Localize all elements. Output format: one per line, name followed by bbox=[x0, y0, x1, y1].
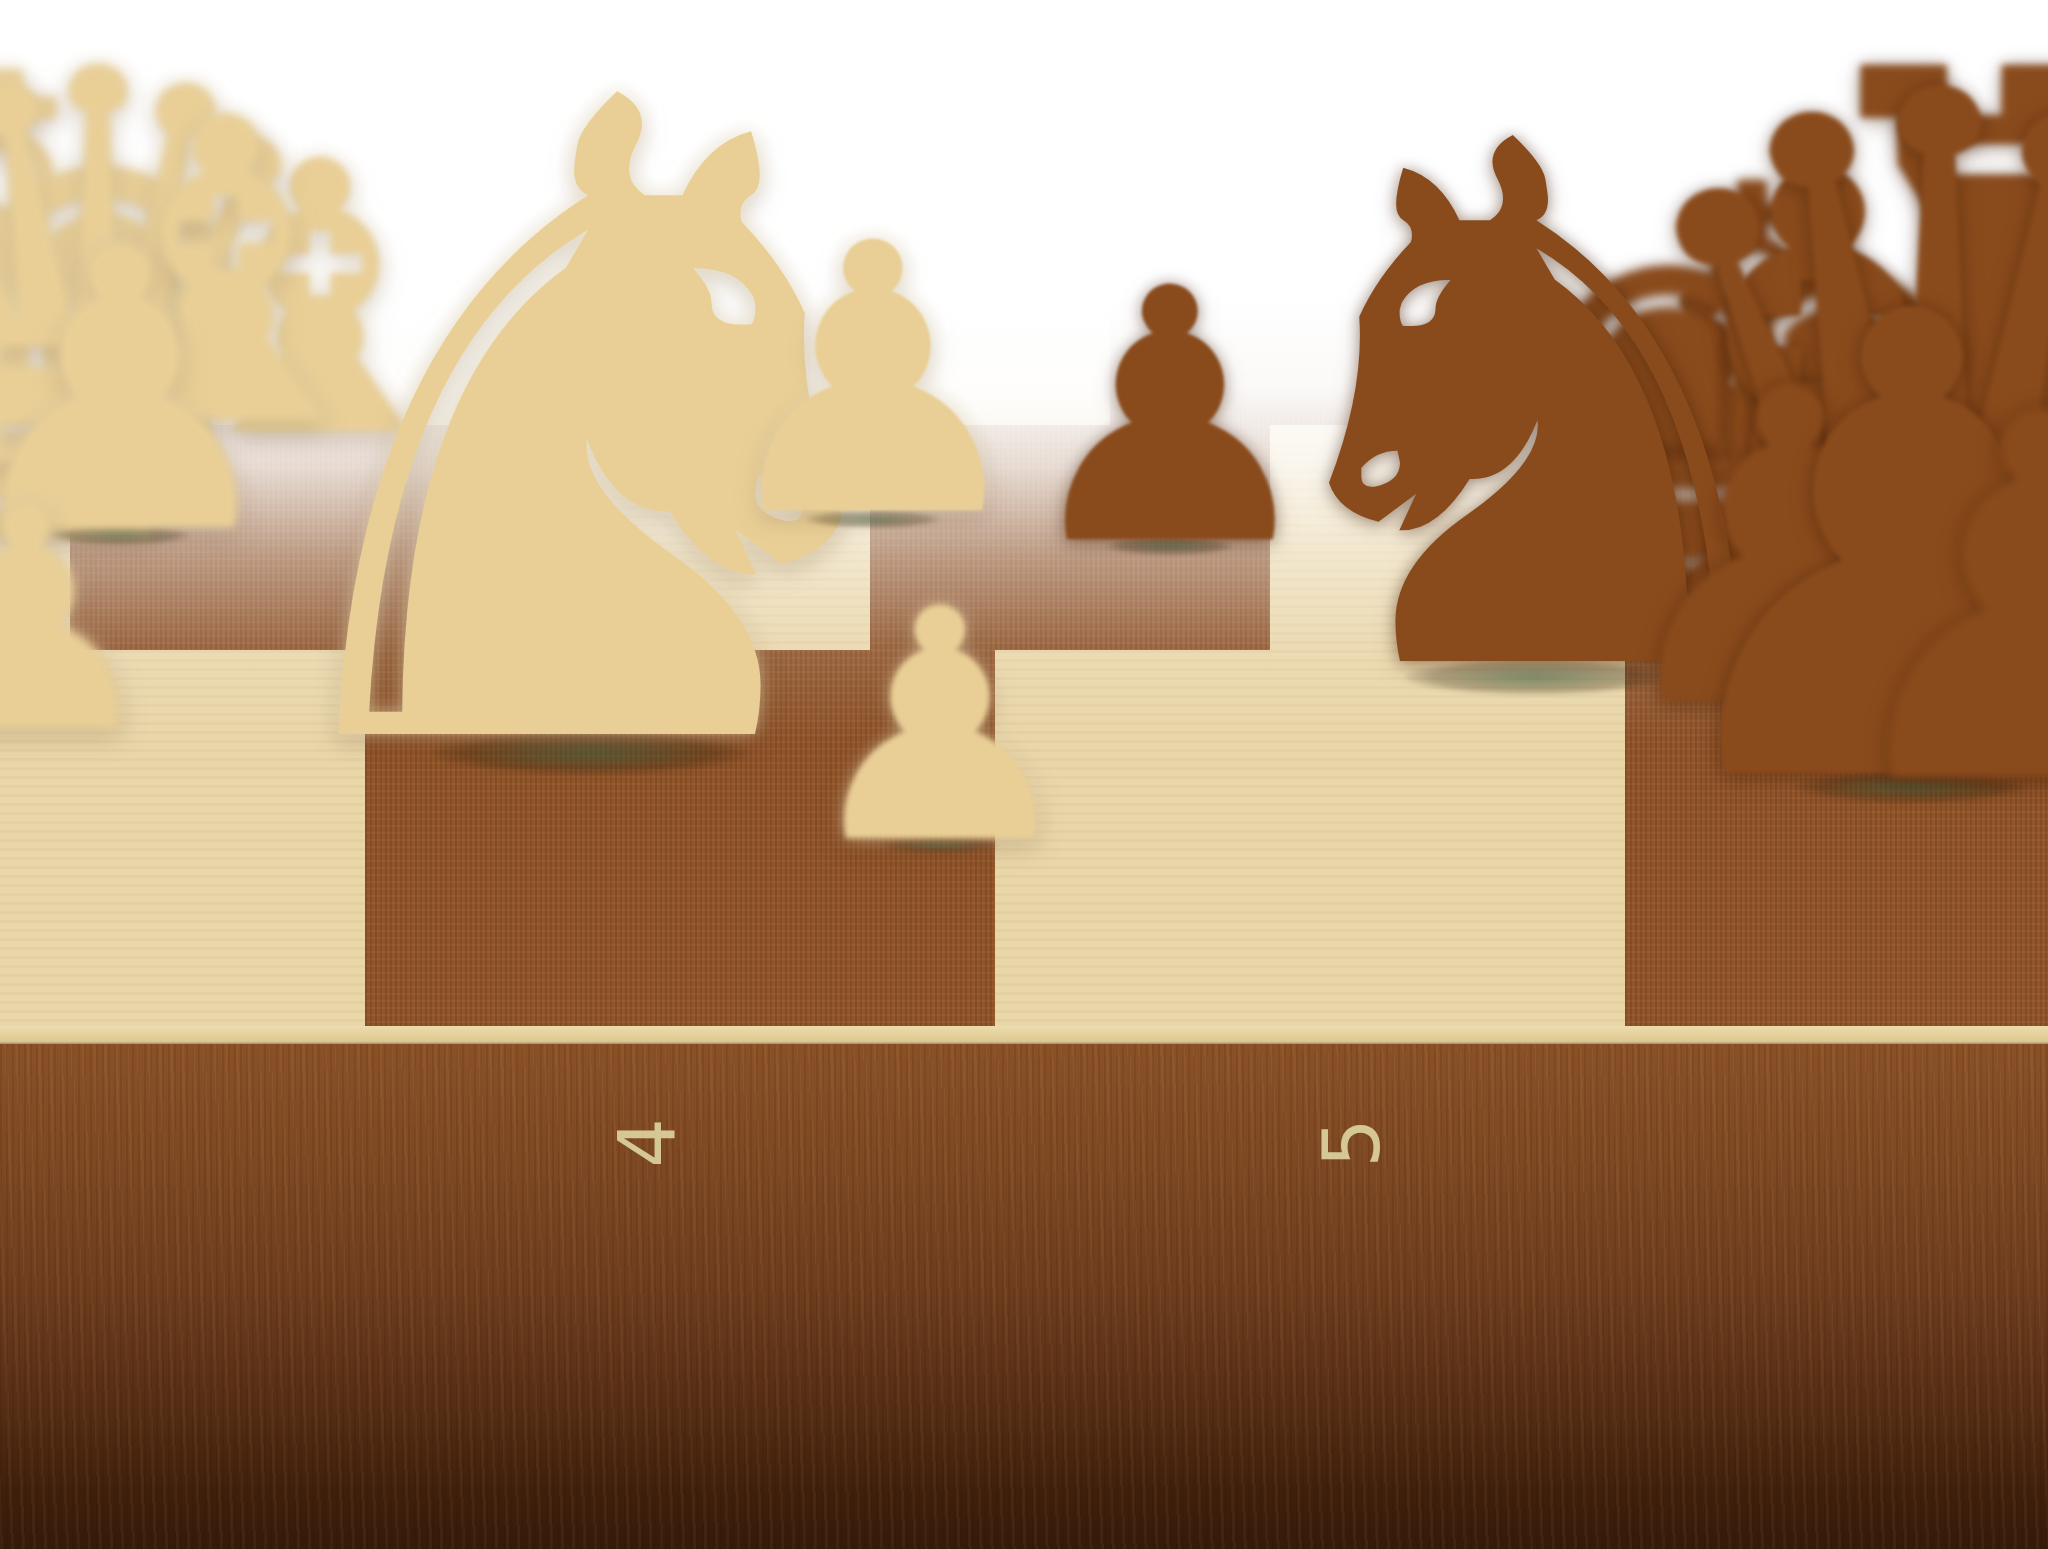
pieces-layer: ♚♛♝♝♟♟♞♟♟♟♞♟♚♝♟♛♟♜♟ bbox=[0, 0, 2048, 1549]
black-pawn: ♟ bbox=[1788, 350, 2048, 855]
chessboard-photo: 4 5 ♚♛♝♝♟♟♞♟♟♟♞♟♚♝♟♛♟♜♟ bbox=[0, 0, 2048, 1549]
black-pawn: ♟ bbox=[995, 243, 1345, 593]
white-pawn: ♟ bbox=[0, 466, 181, 776]
